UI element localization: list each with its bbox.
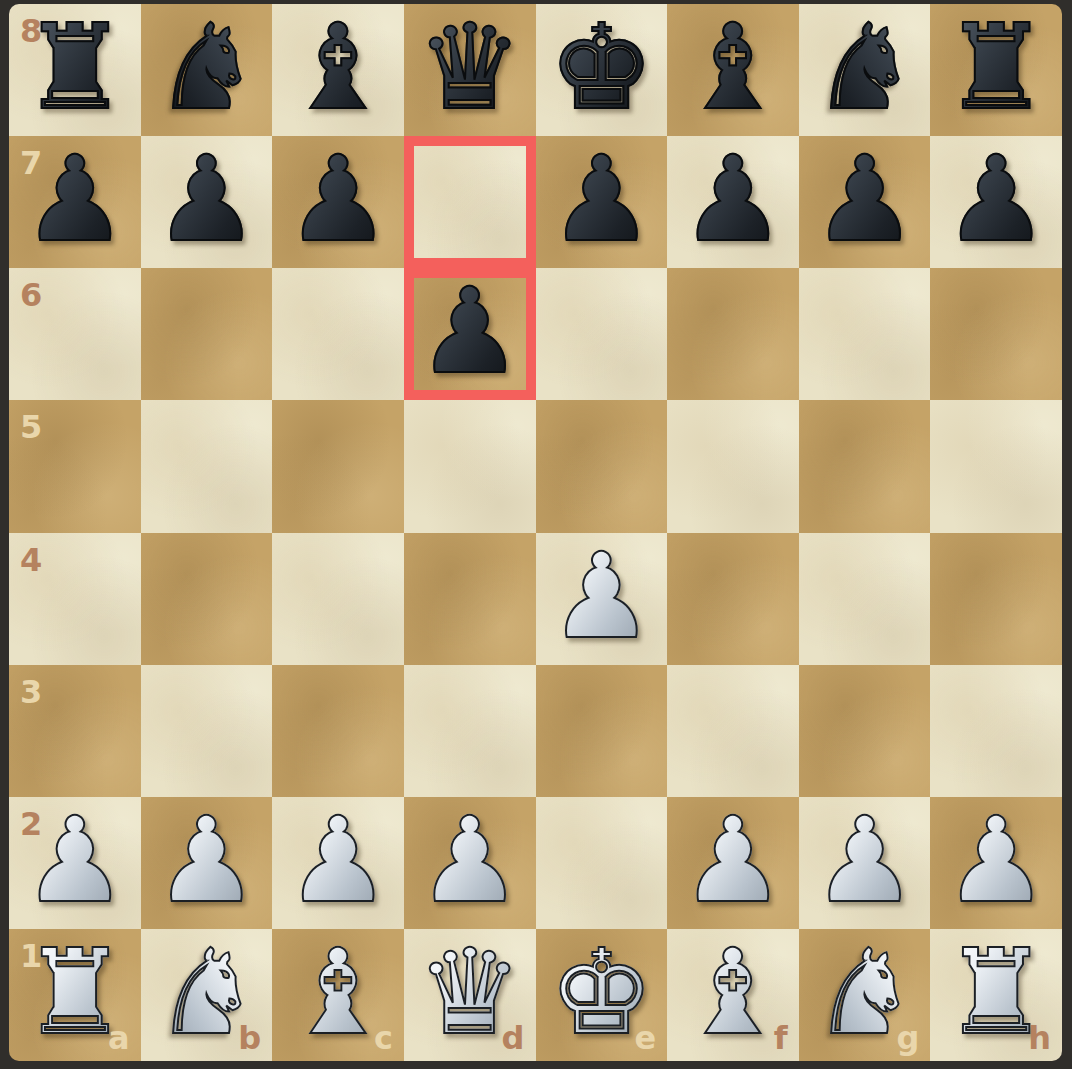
square-a8[interactable]: ♜8 [9, 4, 141, 136]
square-a2[interactable]: ♟2 [9, 797, 141, 929]
square-a7[interactable]: ♟7 [9, 136, 141, 268]
square-c8[interactable]: ♝ [272, 4, 404, 136]
square-c3[interactable] [272, 665, 404, 797]
rank-label-1: 1 [20, 937, 42, 975]
square-g7[interactable]: ♟ [799, 136, 931, 268]
square-e3[interactable] [536, 665, 668, 797]
square-d8[interactable]: ♛ [404, 4, 536, 136]
square-g3[interactable] [799, 665, 931, 797]
square-a5[interactable]: 5 [9, 400, 141, 532]
square-h8[interactable]: ♜ [930, 4, 1062, 136]
white-pawn[interactable]: ♟ [417, 801, 523, 919]
square-f1[interactable]: ♝f [667, 929, 799, 1061]
black-pawn[interactable]: ♟ [680, 140, 786, 258]
square-a3[interactable]: 3 [9, 665, 141, 797]
square-b1[interactable]: ♞b [141, 929, 273, 1061]
square-h5[interactable] [930, 400, 1062, 532]
rank-label-7: 7 [20, 144, 42, 182]
square-c7[interactable]: ♟ [272, 136, 404, 268]
square-d4[interactable] [404, 533, 536, 665]
white-bishop[interactable]: ♝ [680, 933, 786, 1051]
square-e8[interactable]: ♚ [536, 4, 668, 136]
rank-label-6: 6 [20, 276, 42, 314]
square-f5[interactable] [667, 400, 799, 532]
rank-label-8: 8 [20, 12, 42, 50]
black-knight[interactable]: ♞ [154, 8, 260, 126]
square-c1[interactable]: ♝c [272, 929, 404, 1061]
square-b5[interactable] [141, 400, 273, 532]
square-a1[interactable]: ♜1a [9, 929, 141, 1061]
square-b7[interactable]: ♟ [141, 136, 273, 268]
square-c5[interactable] [272, 400, 404, 532]
black-pawn[interactable]: ♟ [417, 272, 523, 390]
square-f7[interactable]: ♟ [667, 136, 799, 268]
square-h3[interactable] [930, 665, 1062, 797]
black-bishop[interactable]: ♝ [680, 8, 786, 126]
black-rook[interactable]: ♜ [943, 8, 1049, 126]
rank-label-4: 4 [20, 541, 42, 579]
square-e2[interactable] [536, 797, 668, 929]
square-e1[interactable]: ♚e [536, 929, 668, 1061]
square-d1[interactable]: ♛d [404, 929, 536, 1061]
square-g8[interactable]: ♞ [799, 4, 931, 136]
square-c4[interactable] [272, 533, 404, 665]
white-pawn[interactable]: ♟ [154, 801, 260, 919]
square-a6[interactable]: 6 [9, 268, 141, 400]
square-f4[interactable] [667, 533, 799, 665]
square-b3[interactable] [141, 665, 273, 797]
square-f6[interactable] [667, 268, 799, 400]
square-c6[interactable] [272, 268, 404, 400]
square-g1[interactable]: ♞g [799, 929, 931, 1061]
square-f2[interactable]: ♟ [667, 797, 799, 929]
file-label-f: f [774, 1019, 788, 1057]
square-d6[interactable]: ♟ [404, 268, 536, 400]
file-label-b: b [238, 1019, 261, 1057]
square-h2[interactable]: ♟ [930, 797, 1062, 929]
rank-label-5: 5 [20, 408, 42, 446]
black-pawn[interactable]: ♟ [154, 140, 260, 258]
white-pawn[interactable]: ♟ [548, 537, 654, 655]
square-d7[interactable] [404, 136, 536, 268]
square-c2[interactable]: ♟ [272, 797, 404, 929]
square-g5[interactable] [799, 400, 931, 532]
white-pawn[interactable]: ♟ [680, 801, 786, 919]
black-pawn[interactable]: ♟ [548, 140, 654, 258]
file-label-c: c [374, 1019, 393, 1057]
square-g6[interactable] [799, 268, 931, 400]
square-e5[interactable] [536, 400, 668, 532]
black-bishop[interactable]: ♝ [285, 8, 391, 126]
black-queen[interactable]: ♛ [417, 8, 523, 126]
black-pawn[interactable]: ♟ [943, 140, 1049, 258]
square-h6[interactable] [930, 268, 1062, 400]
square-b8[interactable]: ♞ [141, 4, 273, 136]
square-b2[interactable]: ♟ [141, 797, 273, 929]
square-b6[interactable] [141, 268, 273, 400]
square-b4[interactable] [141, 533, 273, 665]
square-f3[interactable] [667, 665, 799, 797]
square-d2[interactable]: ♟ [404, 797, 536, 929]
file-label-e: e [634, 1019, 656, 1057]
square-d3[interactable] [404, 665, 536, 797]
square-a4[interactable]: 4 [9, 533, 141, 665]
black-knight[interactable]: ♞ [812, 8, 918, 126]
square-h7[interactable]: ♟ [930, 136, 1062, 268]
rank-label-3: 3 [20, 673, 42, 711]
chess-board: ♜8♞♝♛♚♝♞♜♟7♟♟♟♟♟♟6♟54♟3♟2♟♟♟♟♟♟♜1a♞b♝c♛d… [9, 4, 1062, 1061]
square-e7[interactable]: ♟ [536, 136, 668, 268]
square-e4[interactable]: ♟ [536, 533, 668, 665]
file-label-a: a [108, 1019, 130, 1057]
file-label-g: g [896, 1019, 919, 1057]
file-label-h: h [1028, 1019, 1051, 1057]
square-f8[interactable]: ♝ [667, 4, 799, 136]
square-g2[interactable]: ♟ [799, 797, 931, 929]
white-pawn[interactable]: ♟ [943, 801, 1049, 919]
square-h1[interactable]: ♜h [930, 929, 1062, 1061]
square-d5[interactable] [404, 400, 536, 532]
black-king[interactable]: ♚ [548, 8, 654, 126]
square-g4[interactable] [799, 533, 931, 665]
white-pawn[interactable]: ♟ [285, 801, 391, 919]
board-frame: ♜8♞♝♛♚♝♞♜♟7♟♟♟♟♟♟6♟54♟3♟2♟♟♟♟♟♟♜1a♞b♝c♛d… [0, 0, 1072, 1069]
rank-label-2: 2 [20, 805, 42, 843]
file-label-d: d [502, 1019, 525, 1057]
square-h4[interactable] [930, 533, 1062, 665]
white-pawn[interactable]: ♟ [812, 801, 918, 919]
square-e6[interactable] [536, 268, 668, 400]
black-pawn[interactable]: ♟ [285, 140, 391, 258]
black-pawn[interactable]: ♟ [812, 140, 918, 258]
